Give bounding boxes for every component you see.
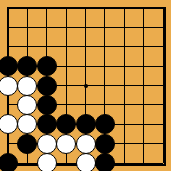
white-stone: [37, 153, 57, 171]
white-stone: [76, 134, 96, 154]
white-stone: [0, 76, 18, 96]
black-stone: [0, 153, 18, 171]
white-stone: [17, 76, 37, 96]
white-stone: [56, 134, 76, 154]
black-stone: [76, 114, 96, 134]
black-stone: [37, 56, 57, 76]
white-stone: [76, 153, 96, 171]
star-point: [84, 84, 88, 88]
white-stone: [37, 134, 57, 154]
black-stone: [95, 153, 115, 171]
black-stone: [37, 114, 57, 134]
black-stone: [37, 95, 57, 115]
go-diagram: [0, 0, 171, 171]
black-stone: [95, 114, 115, 134]
go-board[interactable]: [0, 0, 171, 171]
black-stone: [17, 134, 37, 154]
black-stone: [95, 134, 115, 154]
black-stone: [37, 76, 57, 96]
